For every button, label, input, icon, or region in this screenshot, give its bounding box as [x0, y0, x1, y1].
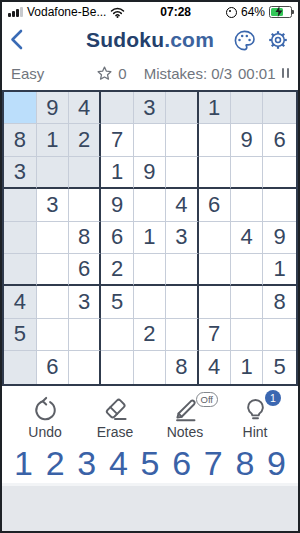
app-title-main: Sudoku — [86, 28, 164, 51]
numpad-key-1[interactable]: 1 — [14, 445, 33, 482]
cell-r1c5[interactable]: 3 — [134, 92, 166, 124]
cell-r8c5[interactable]: 2 — [134, 319, 166, 351]
notes-button[interactable]: Off Notes — [156, 396, 214, 440]
cell-r4c8[interactable] — [231, 189, 263, 221]
numpad-key-8[interactable]: 8 — [235, 445, 254, 482]
cell-r4c2[interactable]: 3 — [37, 189, 69, 221]
cell-r3c6[interactable] — [166, 157, 198, 189]
cell-r3c5[interactable]: 9 — [134, 157, 166, 189]
battery-icon — [269, 6, 292, 18]
undo-icon — [32, 396, 59, 423]
cell-r7c4[interactable]: 5 — [101, 286, 133, 318]
eraser-icon — [102, 396, 129, 423]
undo-label: Undo — [28, 424, 61, 440]
difficulty-label: Easy — [11, 65, 44, 82]
hint-count-badge: 1 — [265, 390, 281, 406]
cell-r7c5[interactable] — [134, 286, 166, 318]
cell-r5c6[interactable]: 3 — [166, 222, 198, 254]
cell-r6c1[interactable] — [4, 254, 36, 286]
cell-r7c1[interactable]: 4 — [4, 286, 36, 318]
cell-r2c3[interactable]: 2 — [69, 124, 101, 156]
cell-r4c6[interactable]: 4 — [166, 189, 198, 221]
cell-r8c8[interactable] — [231, 319, 263, 351]
cell-r6c3[interactable]: 6 — [69, 254, 101, 286]
number-pad: 123456789 — [2, 445, 298, 482]
cell-r7c6[interactable] — [166, 286, 198, 318]
cell-r2c9[interactable]: 6 — [263, 124, 295, 156]
erase-button[interactable]: Erase — [86, 396, 144, 440]
cell-r6c9[interactable]: 1 — [263, 254, 295, 286]
cell-r1c9[interactable] — [263, 92, 295, 124]
cell-r5c3[interactable]: 8 — [69, 222, 101, 254]
cell-r4c7[interactable]: 6 — [199, 189, 231, 221]
cell-r5c1[interactable] — [4, 222, 36, 254]
cell-r2c1[interactable]: 8 — [4, 124, 36, 156]
cell-r8c6[interactable] — [166, 319, 198, 351]
app-title-suffix: .com — [164, 28, 214, 51]
cell-r2c4[interactable]: 7 — [101, 124, 133, 156]
cell-r3c3[interactable] — [69, 157, 101, 189]
cell-r8c7[interactable]: 7 — [199, 319, 231, 351]
cell-r5c5[interactable]: 1 — [134, 222, 166, 254]
cell-r1c7[interactable]: 1 — [199, 92, 231, 124]
cell-r8c1[interactable]: 5 — [4, 319, 36, 351]
numpad-key-5[interactable]: 5 — [141, 445, 160, 482]
star-score: 0 — [96, 65, 126, 82]
cell-r9c4[interactable] — [101, 351, 133, 383]
pause-button[interactable] — [282, 68, 290, 78]
cell-r9c3[interactable] — [69, 351, 101, 383]
cell-r6c5[interactable] — [134, 254, 166, 286]
cell-r7c2[interactable] — [37, 286, 69, 318]
status-time: 07:28 — [160, 5, 191, 19]
cell-r4c3[interactable] — [69, 189, 101, 221]
cell-r9c1[interactable] — [4, 351, 36, 383]
cell-r9c6[interactable]: 8 — [166, 351, 198, 383]
cell-r3c4[interactable]: 1 — [101, 157, 133, 189]
cell-r3c2[interactable] — [37, 157, 69, 189]
orientation-lock-icon — [226, 7, 237, 18]
cell-r1c6[interactable] — [166, 92, 198, 124]
cell-r9c2[interactable]: 6 — [37, 351, 69, 383]
cell-r9c5[interactable] — [134, 351, 166, 383]
cell-r6c2[interactable] — [37, 254, 69, 286]
cell-r3c9[interactable] — [263, 157, 295, 189]
sudoku-app-screen: Vodafone-Be... 07:28 64% Sudoku.com — [0, 0, 300, 533]
cell-r2c8[interactable]: 9 — [231, 124, 263, 156]
cell-r2c6[interactable] — [166, 124, 198, 156]
cell-r5c8[interactable]: 4 — [231, 222, 263, 254]
nav-bar: Sudoku.com — [2, 22, 298, 58]
pencil-icon — [172, 396, 199, 423]
cell-r4c4[interactable]: 9 — [101, 189, 133, 221]
cell-r7c8[interactable] — [231, 286, 263, 318]
undo-button[interactable]: Undo — [16, 396, 74, 440]
cell-r8c3[interactable] — [69, 319, 101, 351]
cell-r1c2[interactable]: 9 — [37, 92, 69, 124]
toolbar: Undo Erase Off Notes 1 Hint — [2, 396, 298, 440]
cell-r2c7[interactable] — [199, 124, 231, 156]
cell-r1c8[interactable] — [231, 92, 263, 124]
cell-r7c3[interactable]: 3 — [69, 286, 101, 318]
ad-banner-area — [2, 483, 298, 531]
cell-r1c4[interactable] — [101, 92, 133, 124]
cell-r9c9[interactable]: 5 — [263, 351, 295, 383]
notes-off-badge: Off — [196, 392, 219, 407]
cell-r3c7[interactable] — [199, 157, 231, 189]
timer: 00:01 — [238, 65, 276, 82]
erase-label: Erase — [97, 424, 134, 440]
cell-r3c8[interactable] — [231, 157, 263, 189]
cell-r8c9[interactable] — [263, 319, 295, 351]
status-bar: Vodafone-Be... 07:28 64% — [2, 2, 298, 22]
numpad-key-2[interactable]: 2 — [46, 445, 65, 482]
cell-r3c1[interactable]: 3 — [4, 157, 36, 189]
battery-percent: 64% — [241, 5, 265, 19]
hint-label: Hint — [243, 424, 268, 440]
wifi-icon — [110, 7, 125, 18]
numpad-key-3[interactable]: 3 — [77, 445, 96, 482]
sudoku-grid: 94318127963193946861349621435852768415 — [2, 90, 298, 386]
cell-r4c5[interactable] — [134, 189, 166, 221]
cell-r4c9[interactable] — [263, 189, 295, 221]
numpad-key-6[interactable]: 6 — [172, 445, 191, 482]
cell-r9c7[interactable]: 4 — [199, 351, 231, 383]
cell-r6c8[interactable] — [231, 254, 263, 286]
theme-palette-button[interactable] — [233, 29, 256, 56]
back-button[interactable] — [10, 29, 23, 54]
star-count: 0 — [118, 65, 126, 82]
numpad-key-9[interactable]: 9 — [267, 445, 286, 482]
cell-r7c7[interactable] — [199, 286, 231, 318]
cell-r6c7[interactable] — [199, 254, 231, 286]
cell-r7c9[interactable]: 8 — [263, 286, 295, 318]
star-icon — [96, 65, 113, 82]
info-bar: Easy 0 Mistakes: 0/3 00:01 — [2, 58, 298, 88]
cell-r8c4[interactable] — [101, 319, 133, 351]
notes-label: Notes — [167, 424, 204, 440]
cell-r6c4[interactable]: 2 — [101, 254, 133, 286]
hint-button[interactable]: 1 Hint — [226, 396, 284, 440]
cell-r1c1[interactable] — [4, 92, 36, 124]
numpad-key-4[interactable]: 4 — [109, 445, 128, 482]
cell-r5c2[interactable] — [37, 222, 69, 254]
cell-r9c8[interactable]: 1 — [231, 351, 263, 383]
cell-r2c2[interactable]: 1 — [37, 124, 69, 156]
carrier-label: Vodafone-Be... — [27, 5, 106, 19]
mistakes-label: Mistakes: 0/3 — [144, 65, 232, 82]
cell-r1c3[interactable]: 4 — [69, 92, 101, 124]
cell-r5c7[interactable] — [199, 222, 231, 254]
cell-r5c9[interactable]: 9 — [263, 222, 295, 254]
cell-r5c4[interactable]: 6 — [101, 222, 133, 254]
cell-signal-icon — [8, 7, 23, 17]
numpad-key-7[interactable]: 7 — [204, 445, 223, 482]
cell-r8c2[interactable] — [37, 319, 69, 351]
cell-r2c5[interactable] — [134, 124, 166, 156]
cell-r4c1[interactable] — [4, 189, 36, 221]
settings-gear-button[interactable] — [267, 29, 289, 55]
cell-r6c6[interactable] — [166, 254, 198, 286]
